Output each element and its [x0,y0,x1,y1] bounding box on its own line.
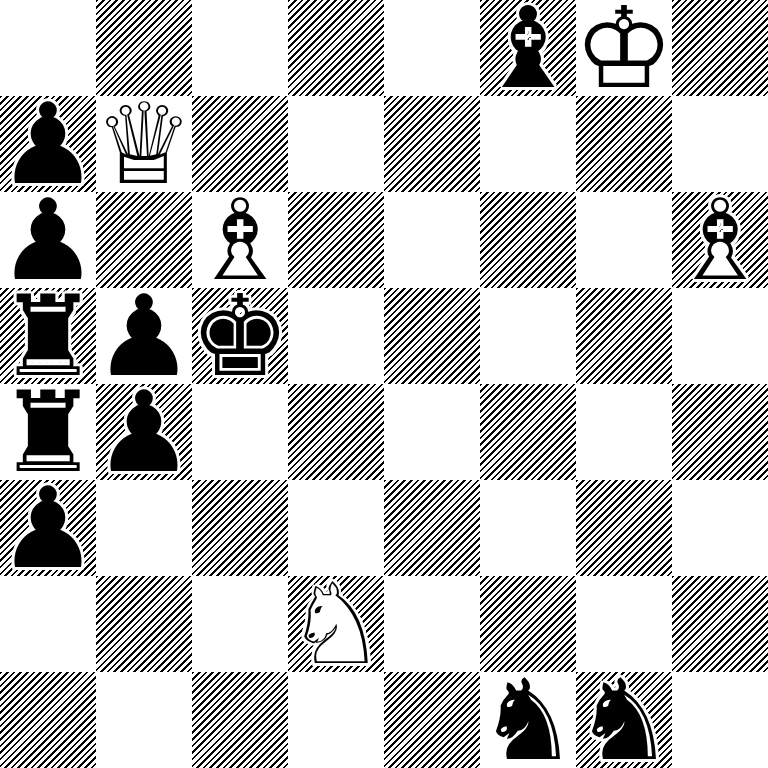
black-king: ♚ [190,288,290,384]
square-g4[interactable] [576,384,672,480]
square-e2[interactable] [384,576,480,672]
black-knight: ♞ [478,672,578,768]
square-e6[interactable] [384,192,480,288]
square-c8[interactable] [192,0,288,96]
square-d5[interactable] [288,288,384,384]
square-a3[interactable]: ♟ [0,480,96,576]
square-d1[interactable] [288,672,384,768]
square-d7[interactable] [288,96,384,192]
square-f4[interactable] [480,384,576,480]
square-d8[interactable] [288,0,384,96]
square-g3[interactable] [576,480,672,576]
square-a2[interactable] [0,576,96,672]
white-bishop: ♝♗ [670,192,768,288]
white-queen: ♛♕ [94,96,194,192]
black-bishop: ♝ [478,0,578,96]
square-c3[interactable] [192,480,288,576]
white-king: ♚♔ [574,0,674,96]
black-pawn: ♟ [0,480,98,576]
square-c2[interactable] [192,576,288,672]
square-f3[interactable] [480,480,576,576]
square-g6[interactable] [576,192,672,288]
square-g5[interactable] [576,288,672,384]
square-e7[interactable] [384,96,480,192]
square-b3[interactable] [96,480,192,576]
square-g8[interactable]: ♚♔ [576,0,672,96]
black-pawn: ♟ [94,384,194,480]
square-f1[interactable]: ♞ [480,672,576,768]
square-g1[interactable]: ♞ [576,672,672,768]
square-d6[interactable] [288,192,384,288]
square-a1[interactable] [0,672,96,768]
square-d4[interactable] [288,384,384,480]
square-f5[interactable] [480,288,576,384]
square-e8[interactable] [384,0,480,96]
square-h3[interactable] [672,480,768,576]
square-c4[interactable] [192,384,288,480]
square-e5[interactable] [384,288,480,384]
square-h6[interactable]: ♝♗ [672,192,768,288]
white-queen-outline: ♕ [94,96,194,192]
white-knight: ♞♘ [286,576,386,672]
chess-board: ♝♚♔♟♛♕♟♝♗♝♗♜♟♚♜♟♟♞♘♞♞ [0,0,768,768]
square-e4[interactable] [384,384,480,480]
square-c5[interactable]: ♚ [192,288,288,384]
square-g7[interactable] [576,96,672,192]
square-f7[interactable] [480,96,576,192]
square-h4[interactable] [672,384,768,480]
square-b1[interactable] [96,672,192,768]
square-h1[interactable] [672,672,768,768]
square-b4[interactable]: ♟ [96,384,192,480]
square-b7[interactable]: ♛♕ [96,96,192,192]
square-b2[interactable] [96,576,192,672]
square-d2[interactable]: ♞♘ [288,576,384,672]
white-bishop-outline: ♗ [670,192,768,288]
black-knight: ♞ [574,672,674,768]
square-h8[interactable] [672,0,768,96]
square-c1[interactable] [192,672,288,768]
square-f8[interactable]: ♝ [480,0,576,96]
square-h5[interactable] [672,288,768,384]
white-knight-outline: ♘ [286,576,386,672]
white-king-outline: ♔ [574,0,674,96]
square-e3[interactable] [384,480,480,576]
square-f6[interactable] [480,192,576,288]
square-e1[interactable] [384,672,480,768]
square-h2[interactable] [672,576,768,672]
